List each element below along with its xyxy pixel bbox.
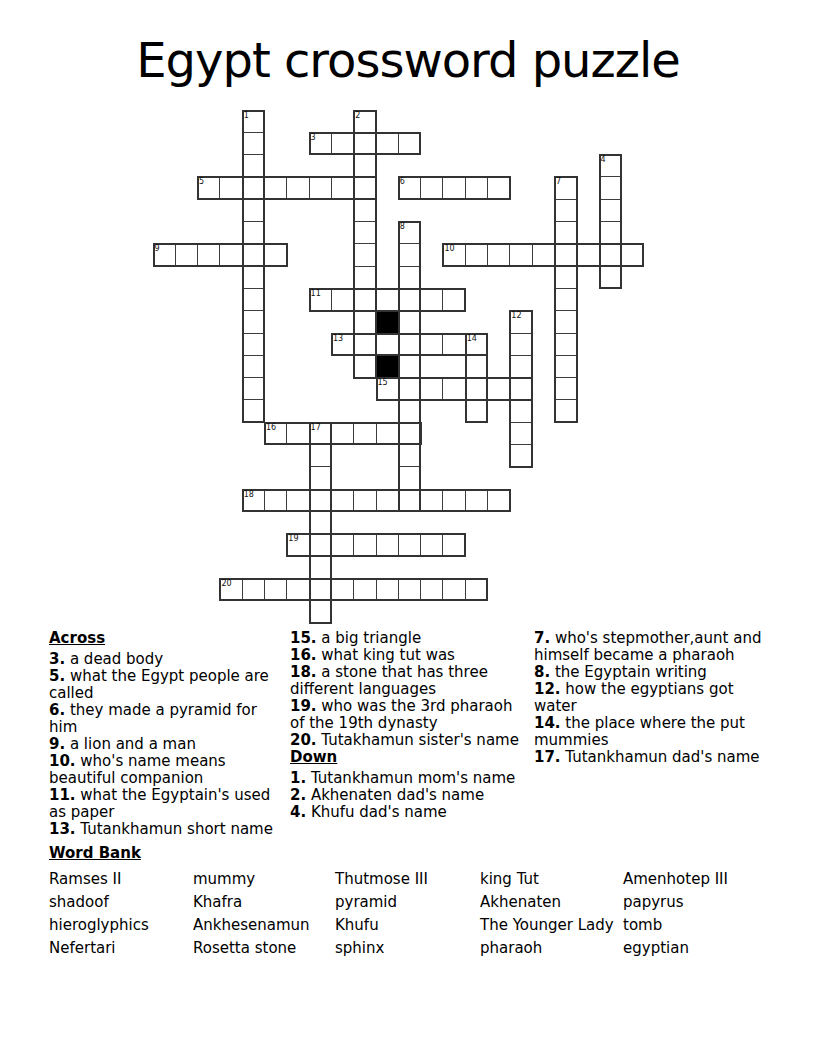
grid-cell[interactable]	[242, 333, 266, 357]
clue-across-20: 20. Tutakhamun sister's name	[290, 732, 546, 749]
grid-cell[interactable]	[331, 489, 355, 513]
grid-cell[interactable]	[599, 266, 623, 290]
grid-cell[interactable]	[420, 489, 444, 513]
clue-number: 16.	[290, 646, 317, 664]
grid-cell[interactable]	[331, 176, 355, 200]
grid-cell[interactable]	[353, 199, 377, 223]
clue-number: 5.	[49, 667, 65, 685]
grid-cell[interactable]	[242, 489, 266, 513]
grid-cell[interactable]	[398, 132, 422, 156]
word-bank-item: Khufu	[335, 914, 428, 937]
down-header: Down	[290, 749, 546, 766]
grid-cell[interactable]	[309, 288, 333, 312]
word-bank-header: Word Bank	[49, 845, 769, 862]
word-bank-item: pyramid	[335, 891, 428, 914]
grid-cell[interactable]	[331, 578, 355, 602]
grid-cell[interactable]	[398, 489, 422, 513]
clue-down-17: 17. Tutankhamun dad's name	[534, 749, 779, 766]
grid-cell[interactable]	[509, 310, 533, 334]
grid-cell[interactable]	[353, 422, 377, 446]
grid-cell[interactable]	[309, 578, 333, 602]
grid-cell[interactable]	[398, 444, 422, 468]
word-bank-column: king TutAkhenatenThe Younger Ladypharaoh	[480, 868, 614, 960]
word-bank-columns: Ramses IIshadoofhieroglyphicsNefertarimu…	[49, 868, 769, 968]
grid-cell[interactable]	[532, 243, 556, 267]
clue-number: 13.	[49, 820, 76, 838]
grid-cell[interactable]	[353, 110, 377, 134]
grid-cell[interactable]	[331, 132, 355, 156]
word-bank-column: Amenhotep IIIpapyrustombegyptian	[623, 868, 728, 960]
grid-cell[interactable]	[398, 176, 422, 200]
grid-cell[interactable]	[487, 243, 511, 267]
clues-column-middle: 15. a big triangle16. what king tut was1…	[290, 630, 546, 821]
grid-cell[interactable]	[398, 288, 422, 312]
clue-number: 2.	[290, 786, 306, 804]
page-title: Egypt crossword puzzle	[0, 30, 816, 92]
grid-cell[interactable]	[219, 176, 243, 200]
word-bank-item: pharaoh	[480, 937, 614, 960]
grid-cell[interactable]	[376, 578, 400, 602]
word-bank-item: egyptian	[623, 937, 728, 960]
grid-cell[interactable]	[465, 489, 489, 513]
grid-cell[interactable]	[286, 578, 310, 602]
clue-number: 12.	[534, 680, 561, 698]
grid-cell[interactable]	[420, 533, 444, 557]
clue-number: 9.	[49, 735, 65, 753]
clue-number: 10.	[49, 752, 76, 770]
grid-cell[interactable]	[242, 243, 266, 267]
across-header: Across	[49, 630, 301, 647]
word-bank: Word Bank Ramses IIshadoofhieroglyphicsN…	[49, 845, 769, 968]
grid-cell[interactable]	[242, 154, 266, 178]
grid-cell[interactable]	[331, 533, 355, 557]
grid-cell[interactable]	[309, 132, 333, 156]
word-bank-item: Nefertari	[49, 937, 149, 960]
grid-cell[interactable]	[420, 288, 444, 312]
grid-cell[interactable]	[554, 243, 578, 267]
word-bank-item: mummy	[193, 868, 310, 891]
word-bank-column: Ramses IIshadoofhieroglyphicsNefertari	[49, 868, 149, 960]
grid-cell[interactable]	[264, 176, 288, 200]
grid-cell[interactable]	[309, 511, 333, 535]
grid-cell[interactable]	[465, 578, 489, 602]
grid-cell[interactable]	[331, 333, 355, 357]
clue-number: 11.	[49, 786, 76, 804]
grid-cell[interactable]	[242, 399, 266, 423]
word-bank-column: mummyKhafraAnkhesenamunRosetta stone	[193, 868, 310, 960]
grid-cell[interactable]	[242, 310, 266, 334]
grid-cell[interactable]	[376, 333, 400, 357]
clue-across-16: 16. what king tut was	[290, 647, 546, 664]
grid-cell[interactable]	[242, 266, 266, 290]
grid-cell[interactable]	[420, 377, 444, 401]
clue-down-7: 7. who's stepmother,aunt and himself bec…	[534, 630, 779, 664]
grid-cell[interactable]	[286, 533, 310, 557]
grid-cell[interactable]	[242, 176, 266, 200]
grid-cell[interactable]	[554, 288, 578, 312]
grid-cell[interactable]	[353, 533, 377, 557]
grid-cell[interactable]	[398, 578, 422, 602]
word-bank-item: Amenhotep III	[623, 868, 728, 891]
grid-cell[interactable]	[509, 355, 533, 379]
grid-cell[interactable]	[599, 199, 623, 223]
grid-cell[interactable]	[242, 132, 266, 156]
grid-cell[interactable]	[465, 377, 489, 401]
grid-cell[interactable]	[554, 310, 578, 334]
clue-down-2: 2. Akhenaten dad's name	[290, 787, 546, 804]
clue-across-6: 6. they made a pyramid for him	[49, 702, 301, 736]
clue-across-3: 3. a dead body	[49, 651, 301, 668]
grid-cell[interactable]	[554, 355, 578, 379]
word-bank-item: The Younger Lady	[480, 914, 614, 937]
grid-cell[interactable]	[509, 444, 533, 468]
grid-cell[interactable]	[554, 176, 578, 200]
grid-cell[interactable]	[353, 266, 377, 290]
grid-cell[interactable]	[153, 243, 177, 267]
clue-across-18: 18. a stone that has three different lan…	[290, 664, 546, 698]
grid-cell[interactable]	[376, 288, 400, 312]
clue-number: 15.	[290, 629, 317, 647]
word-bank-item: papyrus	[623, 891, 728, 914]
grid-cell[interactable]	[599, 243, 623, 267]
clues-column-right: 7. who's stepmother,aunt and himself bec…	[534, 630, 779, 766]
grid-cell[interactable]	[621, 243, 645, 267]
grid-cell[interactable]	[376, 489, 400, 513]
grid-cell[interactable]	[599, 221, 623, 245]
grid-cell[interactable]	[219, 243, 243, 267]
grid-cell[interactable]	[554, 333, 578, 357]
grid-cell[interactable]	[420, 578, 444, 602]
grid-cell[interactable]	[487, 176, 511, 200]
clue-number: 14.	[534, 714, 561, 732]
grid-cell[interactable]	[309, 556, 333, 580]
grid-cell[interactable]	[554, 266, 578, 290]
grid-cell[interactable]	[376, 132, 400, 156]
grid-cell[interactable]	[264, 578, 288, 602]
grid-cell[interactable]	[420, 333, 444, 357]
grid-cell[interactable]	[286, 422, 310, 446]
grid-cell[interactable]	[309, 489, 333, 513]
word-bank-item: Thutmose III	[335, 868, 428, 891]
grid-cell[interactable]	[331, 422, 355, 446]
grid-cell[interactable]	[286, 176, 310, 200]
grid-cell[interactable]	[242, 377, 266, 401]
grid-cell[interactable]	[309, 444, 333, 468]
grid-cell[interactable]	[509, 333, 533, 357]
word-bank-item: hieroglyphics	[49, 914, 149, 937]
grid-cell[interactable]	[442, 288, 466, 312]
crossword-grid: 1234567891011121314151617181920	[153, 110, 644, 624]
grid-cell[interactable]	[487, 377, 511, 401]
grid-cell[interactable]	[398, 221, 422, 245]
grid-cell[interactable]	[353, 355, 377, 379]
black-cell	[376, 310, 400, 334]
grid-cell[interactable]	[398, 466, 422, 490]
grid-cell[interactable]	[398, 533, 422, 557]
grid-cell[interactable]	[442, 489, 466, 513]
grid-cell[interactable]	[576, 243, 600, 267]
grid-cell[interactable]	[197, 243, 221, 267]
grid-cell[interactable]	[175, 243, 199, 267]
word-bank-item: Rosetta stone	[193, 937, 310, 960]
word-bank-item: Akhenaten	[480, 891, 614, 914]
clue-across-11: 11. what the Egyptain's used as paper	[49, 787, 301, 821]
clue-across-5: 5. what the Egypt people are called	[49, 668, 301, 702]
grid-cell[interactable]	[353, 132, 377, 156]
grid-cell[interactable]	[376, 422, 400, 446]
grid-cell[interactable]	[509, 243, 533, 267]
grid-cell[interactable]	[442, 377, 466, 401]
grid-cell[interactable]	[487, 489, 511, 513]
grid-cell[interactable]	[599, 154, 623, 178]
clue-number: 4.	[290, 803, 306, 821]
word-bank-item: Khafra	[193, 891, 310, 914]
grid-cell[interactable]	[509, 377, 533, 401]
clue-number: 1.	[290, 769, 306, 787]
word-bank-item: sphinx	[335, 937, 428, 960]
grid-cell[interactable]	[442, 176, 466, 200]
clue-number: 6.	[49, 701, 65, 719]
clue-across-9: 9. a lion and a man	[49, 736, 301, 753]
grid-cell[interactable]	[442, 243, 466, 267]
grid-cell[interactable]	[242, 288, 266, 312]
grid-cell[interactable]	[242, 578, 266, 602]
grid-cell[interactable]	[554, 199, 578, 223]
grid-cell[interactable]	[509, 422, 533, 446]
grid-cell[interactable]	[465, 176, 489, 200]
grid-cell[interactable]	[398, 399, 422, 423]
grid-cell[interactable]	[554, 221, 578, 245]
grid-cell[interactable]	[197, 176, 221, 200]
clue-across-15: 15. a big triangle	[290, 630, 546, 647]
grid-cell[interactable]	[554, 399, 578, 423]
word-bank-item: Ramses II	[49, 868, 149, 891]
grid-cell[interactable]	[353, 154, 377, 178]
grid-cell[interactable]	[353, 288, 377, 312]
grid-cell[interactable]	[309, 533, 333, 557]
grid-cell[interactable]	[398, 377, 422, 401]
clue-across-13: 13. Tutankhamun short name	[49, 821, 301, 838]
clue-number: 19.	[290, 697, 317, 715]
grid-cell[interactable]	[420, 176, 444, 200]
grid-cell[interactable]	[398, 422, 422, 446]
grid-cell[interactable]	[309, 176, 333, 200]
clues-column-left: Across3. a dead body5. what the Egypt pe…	[49, 630, 301, 838]
grid-cell[interactable]	[442, 533, 466, 557]
clue-down-4: 4. Khufu dad's name	[290, 804, 546, 821]
clue-number: 20.	[290, 731, 317, 749]
grid-cell[interactable]	[398, 310, 422, 334]
grid-cell[interactable]	[465, 399, 489, 423]
clue-number: 3.	[49, 650, 65, 668]
grid-cell[interactable]	[264, 489, 288, 513]
clue-across-10: 10. who's name means beautiful companion	[49, 753, 301, 787]
word-bank-item: shadoof	[49, 891, 149, 914]
grid-cell[interactable]	[286, 489, 310, 513]
word-bank-item: tomb	[623, 914, 728, 937]
grid-cell[interactable]	[242, 221, 266, 245]
word-bank-column: Thutmose IIIpyramidKhufusphinx	[335, 868, 428, 960]
grid-cell[interactable]	[465, 333, 489, 357]
word-bank-item: Ankhesenamun	[193, 914, 310, 937]
grid-cell[interactable]	[309, 466, 333, 490]
grid-cell[interactable]	[309, 422, 333, 446]
clue-down-8: 8. the Egyptain writing	[534, 664, 779, 681]
clue-number: 18.	[290, 663, 317, 681]
grid-cell[interactable]	[442, 333, 466, 357]
grid-cell[interactable]	[242, 199, 266, 223]
word-bank-item: king Tut	[480, 868, 614, 891]
grid-cell[interactable]	[398, 243, 422, 267]
grid-cell[interactable]	[353, 243, 377, 267]
grid-cell[interactable]	[376, 377, 400, 401]
black-cell	[376, 355, 400, 379]
grid-cell[interactable]	[242, 355, 266, 379]
grid-cell[interactable]	[465, 243, 489, 267]
clue-down-14: 14. the place where the put mummies	[534, 715, 779, 749]
grid-cell[interactable]	[353, 333, 377, 357]
grid-cell[interactable]	[442, 578, 466, 602]
clue-across-19: 19. who was the 3rd pharaoh of the 19th …	[290, 698, 546, 732]
grid-cell[interactable]	[353, 310, 377, 334]
grid-cell[interactable]	[398, 333, 422, 357]
clue-down-1: 1. Tutankhamun mom's name	[290, 770, 546, 787]
grid-cell[interactable]	[219, 578, 243, 602]
grid-cell[interactable]	[554, 377, 578, 401]
grid-cell[interactable]	[331, 288, 355, 312]
clue-number: 8.	[534, 663, 550, 681]
grid-cell[interactable]	[353, 176, 377, 200]
grid-cell[interactable]	[465, 355, 489, 379]
clue-number: 17.	[534, 748, 561, 766]
grid-cell[interactable]	[353, 221, 377, 245]
grid-cell[interactable]	[599, 176, 623, 200]
grid-cell[interactable]	[398, 266, 422, 290]
clue-number: 7.	[534, 629, 550, 647]
grid-cell[interactable]	[353, 489, 377, 513]
grid-cell[interactable]	[264, 243, 288, 267]
grid-cell[interactable]	[264, 422, 288, 446]
grid-cell[interactable]	[376, 533, 400, 557]
grid-cell[interactable]	[309, 600, 333, 624]
grid-cell[interactable]	[353, 578, 377, 602]
clue-down-12: 12. how the egyptians got water	[534, 681, 779, 715]
grid-cell[interactable]	[242, 110, 266, 134]
grid-cell[interactable]	[398, 355, 422, 379]
